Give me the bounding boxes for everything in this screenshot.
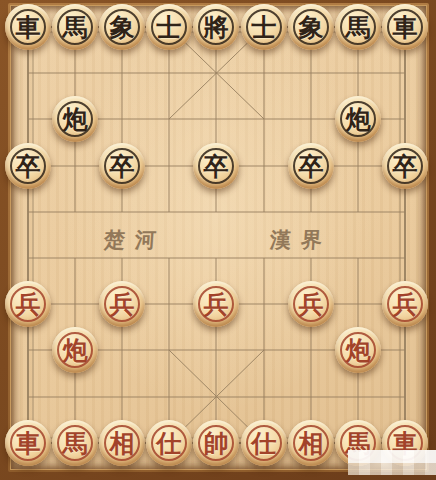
piece-glyph: 象	[110, 15, 135, 40]
watermark	[348, 450, 436, 475]
river-label-chu-he: 楚河	[103, 225, 167, 255]
piece-glyph: 馬	[63, 431, 88, 456]
piece-glyph: 炮	[63, 338, 88, 363]
piece-red-cannon-right[interactable]: 炮	[335, 327, 381, 373]
piece-black-elephant-left[interactable]: 象	[99, 4, 145, 50]
piece-glyph: 兵	[393, 292, 418, 317]
piece-glyph: 卒	[299, 154, 324, 179]
piece-glyph: 相	[110, 431, 135, 456]
piece-red-horse-left[interactable]: 馬	[52, 420, 98, 466]
piece-black-soldier-3[interactable]: 卒	[193, 143, 239, 189]
piece-glyph: 炮	[63, 107, 88, 132]
piece-glyph: 卒	[110, 154, 135, 179]
piece-glyph: 車	[393, 15, 418, 40]
piece-black-soldier-4[interactable]: 卒	[288, 143, 334, 189]
piece-black-horse-left[interactable]: 馬	[52, 4, 98, 50]
piece-glyph: 仕	[252, 431, 277, 456]
xiangqi-app: 楚河 漢界 車馬象士將士象馬車炮炮卒卒卒卒卒兵兵兵兵兵炮炮車馬相仕帥仕相馬車	[0, 0, 436, 480]
piece-glyph: 炮	[346, 338, 371, 363]
piece-glyph: 兵	[299, 292, 324, 317]
piece-glyph: 相	[299, 431, 324, 456]
piece-red-soldier-2[interactable]: 兵	[99, 281, 145, 327]
piece-glyph: 車	[16, 431, 41, 456]
piece-glyph: 仕	[157, 431, 182, 456]
piece-glyph: 將	[204, 15, 229, 40]
piece-red-advisor-left[interactable]: 仕	[146, 420, 192, 466]
piece-red-chariot-left[interactable]: 車	[5, 420, 51, 466]
piece-glyph: 卒	[16, 154, 41, 179]
piece-glyph: 卒	[204, 154, 229, 179]
board-grid-lines	[0, 0, 436, 480]
piece-glyph: 兵	[204, 292, 229, 317]
piece-red-soldier-1[interactable]: 兵	[5, 281, 51, 327]
piece-red-soldier-4[interactable]: 兵	[288, 281, 334, 327]
piece-glyph: 兵	[16, 292, 41, 317]
piece-red-elephant-right[interactable]: 相	[288, 420, 334, 466]
piece-red-general[interactable]: 帥	[193, 420, 239, 466]
piece-glyph: 兵	[110, 292, 135, 317]
piece-black-soldier-2[interactable]: 卒	[99, 143, 145, 189]
piece-glyph: 車	[16, 15, 41, 40]
piece-glyph: 帥	[204, 431, 229, 456]
piece-black-elephant-right[interactable]: 象	[288, 4, 334, 50]
river-label-han-jie: 漢界	[269, 225, 333, 255]
piece-black-horse-right[interactable]: 馬	[335, 4, 381, 50]
piece-glyph: 象	[299, 15, 324, 40]
piece-black-advisor-right[interactable]: 士	[241, 4, 287, 50]
piece-black-cannon-left[interactable]: 炮	[52, 96, 98, 142]
piece-glyph: 炮	[346, 107, 371, 132]
piece-glyph: 馬	[346, 15, 371, 40]
piece-glyph: 馬	[63, 15, 88, 40]
piece-red-soldier-3[interactable]: 兵	[193, 281, 239, 327]
piece-red-soldier-5[interactable]: 兵	[382, 281, 428, 327]
piece-glyph: 士	[157, 15, 182, 40]
piece-black-general[interactable]: 將	[193, 4, 239, 50]
piece-glyph: 卒	[393, 154, 418, 179]
piece-black-chariot-right[interactable]: 車	[382, 4, 428, 50]
piece-black-advisor-left[interactable]: 士	[146, 4, 192, 50]
piece-red-elephant-left[interactable]: 相	[99, 420, 145, 466]
piece-black-cannon-right[interactable]: 炮	[335, 96, 381, 142]
piece-black-soldier-5[interactable]: 卒	[382, 143, 428, 189]
piece-black-soldier-1[interactable]: 卒	[5, 143, 51, 189]
piece-black-chariot-left[interactable]: 車	[5, 4, 51, 50]
piece-glyph: 士	[252, 15, 277, 40]
piece-red-cannon-left[interactable]: 炮	[52, 327, 98, 373]
piece-red-advisor-right[interactable]: 仕	[241, 420, 287, 466]
